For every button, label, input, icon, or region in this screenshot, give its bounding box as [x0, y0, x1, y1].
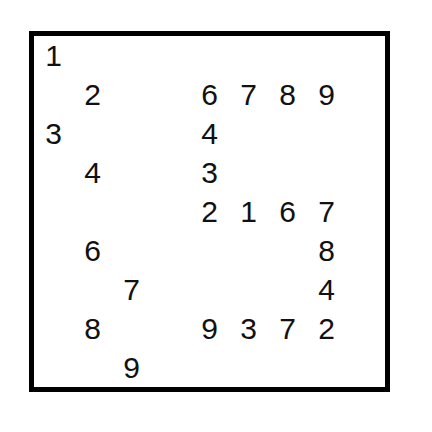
sudoku-cell-empty[interactable]: [112, 153, 155, 193]
sudoku-cell-empty[interactable]: [112, 309, 155, 349]
sudoku-cell-given[interactable]: 6: [268, 192, 308, 232]
sudoku-cell-empty[interactable]: [190, 348, 230, 387]
sudoku-cell-empty[interactable]: [151, 36, 191, 76]
sudoku-cell-empty[interactable]: [151, 270, 191, 310]
sudoku-cell-empty[interactable]: [229, 231, 272, 274]
sudoku-cell-empty[interactable]: [151, 192, 191, 232]
sudoku-cell-given[interactable]: 4: [190, 114, 230, 157]
sudoku-cell-given[interactable]: 3: [34, 114, 74, 157]
sudoku-cell-given[interactable]: 6: [73, 231, 113, 274]
sudoku-cell-empty[interactable]: [112, 75, 155, 115]
sudoku-cell-empty[interactable]: [229, 114, 272, 157]
sudoku-cell-empty[interactable]: [229, 270, 272, 310]
sudoku-cell-empty[interactable]: [346, 231, 385, 274]
sudoku-cell-empty[interactable]: [34, 270, 74, 310]
sudoku-cell-given[interactable]: 9: [190, 309, 230, 349]
sudoku-page: 126789344321676874893729: [0, 0, 432, 432]
sudoku-cell-empty[interactable]: [34, 153, 74, 193]
sudoku-cell-empty[interactable]: [34, 348, 74, 387]
sudoku-cell-empty[interactable]: [346, 192, 385, 232]
sudoku-cell-given[interactable]: 9: [112, 348, 155, 387]
sudoku-cell-empty[interactable]: [112, 192, 155, 232]
sudoku-cell-given[interactable]: 9: [307, 75, 347, 115]
sudoku-cell-empty[interactable]: [346, 153, 385, 193]
sudoku-cell-empty[interactable]: [34, 309, 74, 349]
sudoku-cell-empty[interactable]: [73, 36, 113, 76]
sudoku-cell-given[interactable]: 8: [307, 231, 347, 274]
sudoku-cell-empty[interactable]: [112, 114, 155, 157]
sudoku-board: 126789344321676874893729: [29, 31, 390, 392]
sudoku-cell-empty[interactable]: [307, 153, 347, 193]
sudoku-cell-empty[interactable]: [151, 114, 191, 157]
sudoku-cell-empty[interactable]: [151, 231, 191, 274]
sudoku-cell-given[interactable]: 2: [307, 309, 347, 349]
sudoku-cell-empty[interactable]: [268, 348, 308, 387]
sudoku-cell-empty[interactable]: [73, 114, 113, 157]
sudoku-cell-empty[interactable]: [229, 36, 272, 76]
sudoku-cell-given[interactable]: 4: [73, 153, 113, 193]
sudoku-cell-empty[interactable]: [268, 36, 308, 76]
sudoku-cell-given[interactable]: 7: [229, 75, 272, 115]
sudoku-cell-empty[interactable]: [307, 36, 347, 76]
sudoku-cell-empty[interactable]: [190, 36, 230, 76]
sudoku-cell-empty[interactable]: [268, 153, 308, 193]
sudoku-cell-given[interactable]: 1: [229, 192, 272, 232]
sudoku-cell-empty[interactable]: [151, 153, 191, 193]
sudoku-cell-empty[interactable]: [190, 270, 230, 310]
sudoku-cell-empty[interactable]: [73, 270, 113, 310]
sudoku-cell-empty[interactable]: [346, 270, 385, 310]
sudoku-cell-empty[interactable]: [151, 348, 191, 387]
sudoku-cell-empty[interactable]: [346, 309, 385, 349]
sudoku-cell-empty[interactable]: [151, 75, 191, 115]
sudoku-cell-given[interactable]: 7: [268, 309, 308, 349]
sudoku-cell-given[interactable]: 7: [307, 192, 347, 232]
sudoku-cell-given[interactable]: 8: [268, 75, 308, 115]
sudoku-cell-empty[interactable]: [268, 231, 308, 274]
sudoku-cell-given[interactable]: 3: [229, 309, 272, 349]
sudoku-cell-empty[interactable]: [346, 36, 385, 76]
sudoku-cell-given[interactable]: 2: [73, 75, 113, 115]
sudoku-cell-empty[interactable]: [34, 75, 74, 115]
sudoku-cell-empty[interactable]: [346, 348, 385, 387]
sudoku-cell-empty[interactable]: [34, 192, 74, 232]
sudoku-cell-given[interactable]: 1: [34, 36, 74, 76]
sudoku-cell-given[interactable]: 3: [190, 153, 230, 193]
sudoku-cell-empty[interactable]: [307, 114, 347, 157]
sudoku-cell-given[interactable]: 6: [190, 75, 230, 115]
sudoku-cell-empty[interactable]: [346, 114, 385, 157]
sudoku-cell-empty[interactable]: [307, 348, 347, 387]
sudoku-cell-empty[interactable]: [190, 231, 230, 274]
sudoku-cell-empty[interactable]: [151, 309, 191, 349]
sudoku-cell-given[interactable]: 8: [73, 309, 113, 349]
sudoku-cell-empty[interactable]: [73, 192, 113, 232]
sudoku-cell-given[interactable]: 7: [112, 270, 155, 310]
sudoku-cell-empty[interactable]: [229, 348, 272, 387]
sudoku-cell-empty[interactable]: [34, 231, 74, 274]
sudoku-cell-empty[interactable]: [229, 153, 272, 193]
sudoku-cell-empty[interactable]: [268, 270, 308, 310]
sudoku-cell-empty[interactable]: [73, 348, 113, 387]
sudoku-cell-given[interactable]: 2: [190, 192, 230, 232]
sudoku-cell-empty[interactable]: [112, 36, 155, 76]
sudoku-cell-empty[interactable]: [112, 231, 155, 274]
sudoku-cell-empty[interactable]: [268, 114, 308, 157]
sudoku-cell-empty[interactable]: [346, 75, 385, 115]
sudoku-cell-given[interactable]: 4: [307, 270, 347, 310]
